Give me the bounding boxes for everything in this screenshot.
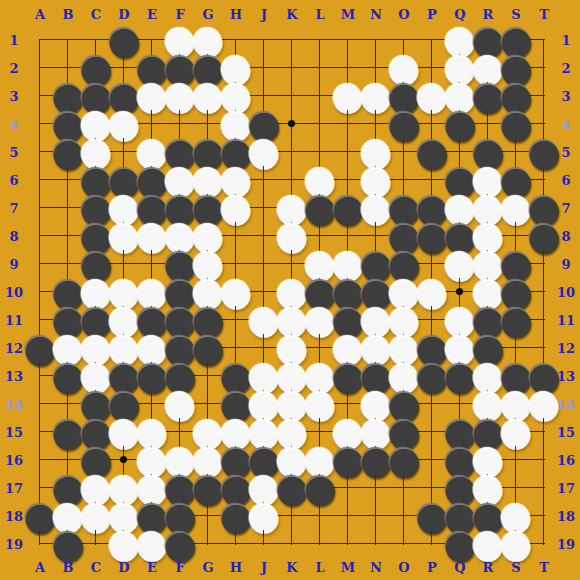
grid-line-horizontal: [390, 487, 418, 488]
intersection-A6[interactable]: [26, 166, 54, 194]
intersection-S16[interactable]: [502, 446, 530, 474]
intersection-G13[interactable]: [194, 362, 222, 390]
grid-line-vertical: [67, 39, 68, 54]
intersection-P10[interactable]: ●: [418, 278, 446, 306]
grid-line-horizontal: [54, 235, 82, 236]
intersection-T10[interactable]: [530, 278, 558, 306]
intersection-O16[interactable]: ●: [390, 446, 418, 474]
intersection-L11[interactable]: ●: [306, 306, 334, 334]
white-stone: ●: [166, 390, 194, 418]
intersection-B5[interactable]: ●: [54, 138, 82, 166]
grid-line-horizontal: [390, 543, 418, 544]
white-stone: ●: [362, 194, 390, 222]
intersection-Q13[interactable]: ●: [446, 362, 474, 390]
intersection-B6[interactable]: [54, 166, 82, 194]
intersection-R19[interactable]: ●: [474, 530, 502, 558]
grid-line-horizontal: [306, 543, 334, 544]
intersection-M5[interactable]: [334, 138, 362, 166]
black-stone: ●: [418, 138, 446, 166]
intersection-N18[interactable]: [362, 502, 390, 530]
grid-line-horizontal: [418, 459, 446, 460]
row-label-left-18: 18: [5, 509, 23, 524]
column-label-bottom-J: J: [261, 560, 267, 575]
intersection-A9[interactable]: [26, 250, 54, 278]
intersection-M17[interactable]: [334, 474, 362, 502]
intersection-P8[interactable]: ●: [418, 222, 446, 250]
column-label-top-G: G: [202, 7, 213, 22]
grid-line-vertical: [95, 530, 96, 545]
black-stone: ●: [278, 474, 306, 502]
intersection-K1[interactable]: [278, 26, 306, 54]
intersection-P16[interactable]: [418, 446, 446, 474]
intersection-G3[interactable]: ●: [194, 82, 222, 110]
row-label-right-18: 18: [557, 509, 575, 524]
intersection-A18[interactable]: ●: [26, 502, 54, 530]
grid-line-horizontal: [446, 403, 474, 404]
grid-line-horizontal: [418, 403, 446, 404]
intersection-A12[interactable]: ●: [26, 334, 54, 362]
intersection-K3[interactable]: [278, 82, 306, 110]
black-stone: ●: [166, 530, 194, 558]
column-label-bottom-E: E: [147, 560, 157, 575]
grid-line-vertical: [263, 166, 264, 194]
grid-line-horizontal: [334, 403, 362, 404]
grid-line-vertical: [263, 222, 264, 250]
black-stone: ●: [390, 110, 418, 138]
grid-line-vertical: [291, 138, 292, 166]
grid-line-horizontal: [334, 179, 362, 180]
intersection-B7[interactable]: [54, 194, 82, 222]
grid-line-horizontal: [418, 487, 446, 488]
intersection-G12[interactable]: ●: [194, 334, 222, 362]
black-stone: ●: [194, 474, 222, 502]
intersection-G17[interactable]: ●: [194, 474, 222, 502]
intersection-K17[interactable]: ●: [278, 474, 306, 502]
column-label-top-J: J: [261, 7, 267, 22]
intersection-A4[interactable]: [26, 110, 54, 138]
grid-line-horizontal: [278, 67, 306, 68]
grid-line-horizontal: [306, 95, 334, 96]
grid-line-vertical: [543, 306, 544, 334]
intersection-O19[interactable]: [390, 530, 418, 558]
row-label-right-11: 11: [557, 313, 575, 328]
intersection-M1[interactable]: [334, 26, 362, 54]
column-label-top-S: S: [511, 7, 520, 22]
intersection-T17[interactable]: [530, 474, 558, 502]
intersection-J8[interactable]: [250, 222, 278, 250]
grid-line-vertical: [431, 390, 432, 418]
row-label-right-19: 19: [557, 537, 575, 552]
white-stone: ●: [418, 82, 446, 110]
grid-line-vertical: [403, 474, 404, 502]
intersection-B19[interactable]: ●: [54, 530, 82, 558]
column-label-bottom-K: K: [286, 560, 297, 575]
intersection-L18[interactable]: [306, 502, 334, 530]
intersection-E13[interactable]: ●: [138, 362, 166, 390]
intersection-M3[interactable]: ●: [334, 82, 362, 110]
intersection-L1[interactable]: [306, 26, 334, 54]
intersection-A7[interactable]: [26, 194, 54, 222]
grid-line-horizontal: [250, 67, 278, 68]
intersection-O18[interactable]: [390, 502, 418, 530]
intersection-K2[interactable]: [278, 54, 306, 82]
intersection-H8[interactable]: [222, 222, 250, 250]
intersection-S4[interactable]: ●: [502, 110, 530, 138]
black-stone: ●: [418, 222, 446, 250]
column-label-bottom-C: C: [91, 560, 101, 575]
grid-line-horizontal: [418, 39, 446, 40]
column-label-bottom-Q: Q: [454, 560, 465, 575]
column-label-top-H: H: [230, 7, 242, 22]
intersection-A15[interactable]: [26, 418, 54, 446]
column-label-top-R: R: [483, 7, 494, 22]
white-stone: ●: [446, 250, 474, 278]
grid-line-horizontal: [362, 123, 390, 124]
grid-line-vertical: [431, 446, 432, 474]
intersection-L14[interactable]: ●: [306, 390, 334, 418]
grid-line-vertical: [291, 39, 292, 54]
grid-line-horizontal: [334, 487, 362, 488]
intersection-S7[interactable]: ●: [502, 194, 530, 222]
intersection-F3[interactable]: ●: [166, 82, 194, 110]
column-label-bottom-N: N: [370, 560, 382, 575]
grid-line-vertical: [39, 82, 40, 110]
intersection-S11[interactable]: ●: [502, 306, 530, 334]
intersection-K4[interactable]: [278, 110, 306, 138]
grid-line-horizontal: [390, 515, 418, 516]
intersection-T19[interactable]: [530, 530, 558, 558]
intersection-H10[interactable]: ●: [222, 278, 250, 306]
white-stone: ●: [138, 82, 166, 110]
intersection-N1[interactable]: [362, 26, 390, 54]
intersection-C19[interactable]: [82, 530, 110, 558]
black-stone: ●: [26, 502, 54, 530]
intersection-R3[interactable]: ●: [474, 82, 502, 110]
grid-line-vertical: [235, 530, 236, 545]
intersection-D1[interactable]: ●: [110, 26, 138, 54]
intersection-A3[interactable]: [26, 82, 54, 110]
row-label-right-1: 1: [561, 33, 570, 48]
grid-line-vertical: [375, 474, 376, 502]
grid-line-vertical: [263, 39, 264, 54]
grid-line-vertical: [347, 39, 348, 54]
grid-line-vertical: [235, 222, 236, 250]
row-label-right-12: 12: [557, 341, 575, 356]
black-stone: ●: [502, 306, 530, 334]
black-stone: ●: [530, 138, 558, 166]
intersection-T14[interactable]: ●: [530, 390, 558, 418]
row-label-left-10: 10: [5, 285, 23, 300]
grid-line-horizontal: [222, 347, 250, 348]
grid-line-horizontal: [306, 431, 334, 432]
grid-line-vertical: [291, 82, 292, 110]
intersection-O17[interactable]: [390, 474, 418, 502]
intersection-H18[interactable]: ●: [222, 502, 250, 530]
intersection-K19[interactable]: [278, 530, 306, 558]
intersection-P19[interactable]: [418, 530, 446, 558]
grid-line-horizontal: [222, 263, 250, 264]
intersection-Q9[interactable]: ●: [446, 250, 474, 278]
intersection-J5[interactable]: ●: [250, 138, 278, 166]
intersection-O5[interactable]: [390, 138, 418, 166]
intersection-B15[interactable]: ●: [54, 418, 82, 446]
white-stone: ●: [110, 110, 138, 138]
black-stone: ●: [54, 138, 82, 166]
intersection-L17[interactable]: ●: [306, 474, 334, 502]
grid-line-horizontal: [54, 403, 82, 404]
intersection-J18[interactable]: ●: [250, 502, 278, 530]
grid-line-horizontal: [418, 543, 446, 544]
intersection-N19[interactable]: [362, 530, 390, 558]
intersection-A16[interactable]: [26, 446, 54, 474]
intersection-J1[interactable]: [250, 26, 278, 54]
intersection-S15[interactable]: ●: [502, 418, 530, 446]
grid-line-horizontal: [502, 235, 530, 236]
black-stone: ●: [446, 110, 474, 138]
intersection-C18[interactable]: ●: [82, 502, 110, 530]
grid-line-vertical: [543, 54, 544, 82]
intersection-T1[interactable]: [530, 26, 558, 54]
intersection-Q4[interactable]: ●: [446, 110, 474, 138]
intersection-S19[interactable]: ●: [502, 530, 530, 558]
intersection-T3[interactable]: [530, 82, 558, 110]
grid-line-horizontal: [39, 459, 54, 460]
intersection-G19[interactable]: [194, 530, 222, 558]
intersection-P15[interactable]: [418, 418, 446, 446]
column-label-bottom-S: S: [511, 560, 520, 575]
intersection-A1[interactable]: [26, 26, 54, 54]
grid-line-horizontal: [306, 515, 334, 516]
intersection-E19[interactable]: ●: [138, 530, 166, 558]
grid-line-vertical: [319, 530, 320, 545]
intersection-M13[interactable]: ●: [334, 362, 362, 390]
row-label-left-5: 5: [9, 145, 18, 160]
grid-line-vertical: [543, 474, 544, 502]
intersection-A8[interactable]: [26, 222, 54, 250]
white-stone: ●: [82, 502, 110, 530]
grid-line-horizontal: [39, 403, 54, 404]
column-label-top-A: A: [35, 7, 45, 22]
grid-line-vertical: [431, 39, 432, 54]
intersection-E8[interactable]: ●: [138, 222, 166, 250]
grid-line-vertical: [39, 278, 40, 306]
intersection-M19[interactable]: [334, 530, 362, 558]
black-stone: ●: [138, 362, 166, 390]
column-label-top-L: L: [315, 7, 324, 22]
star-point: [288, 120, 295, 127]
grid-line-vertical: [39, 110, 40, 138]
grid-line-horizontal: [418, 67, 446, 68]
grid-line-vertical: [39, 418, 40, 446]
intersection-G18[interactable]: [194, 502, 222, 530]
grid-line-horizontal: [250, 95, 278, 96]
white-stone: ●: [138, 530, 166, 558]
intersection-H11[interactable]: [222, 306, 250, 334]
grid-line-horizontal: [194, 543, 222, 544]
intersection-M16[interactable]: ●: [334, 446, 362, 474]
grid-line-horizontal: [39, 179, 54, 180]
intersection-T9[interactable]: [530, 250, 558, 278]
intersection-L3[interactable]: [306, 82, 334, 110]
black-stone: ●: [334, 362, 362, 390]
intersection-J7[interactable]: [250, 194, 278, 222]
grid-line-horizontal: [250, 543, 278, 544]
column-label-top-M: M: [341, 7, 355, 22]
intersection-E3[interactable]: ●: [138, 82, 166, 110]
intersection-T5[interactable]: ●: [530, 138, 558, 166]
intersection-J6[interactable]: [250, 166, 278, 194]
white-stone: ●: [194, 82, 222, 110]
grid-line-horizontal: [194, 123, 222, 124]
grid-line-vertical: [207, 362, 208, 390]
intersection-T8[interactable]: ●: [530, 222, 558, 250]
grid-line-vertical: [375, 502, 376, 530]
intersection-K8[interactable]: ●: [278, 222, 306, 250]
grid-line-horizontal: [278, 543, 306, 544]
grid-line-vertical: [543, 250, 544, 278]
intersection-A10[interactable]: [26, 278, 54, 306]
intersection-N16[interactable]: ●: [362, 446, 390, 474]
intersection-P14[interactable]: [418, 390, 446, 418]
grid-line-horizontal: [390, 39, 418, 40]
white-stone: ●: [166, 82, 194, 110]
intersection-N17[interactable]: [362, 474, 390, 502]
grid-line-vertical: [319, 82, 320, 110]
black-stone: ●: [390, 446, 418, 474]
intersection-P3[interactable]: ●: [418, 82, 446, 110]
intersection-D19[interactable]: ●: [110, 530, 138, 558]
column-label-top-B: B: [63, 7, 74, 22]
row-label-left-16: 16: [5, 453, 23, 468]
intersection-O4[interactable]: ●: [390, 110, 418, 138]
intersection-T16[interactable]: [530, 446, 558, 474]
intersection-B1[interactable]: [54, 26, 82, 54]
grid-line-horizontal: [166, 123, 194, 124]
intersection-F19[interactable]: ●: [166, 530, 194, 558]
grid-line-horizontal: [502, 459, 530, 460]
grid-line-horizontal: [54, 39, 82, 40]
grid-line-horizontal: [418, 123, 446, 124]
intersection-P18[interactable]: ●: [418, 502, 446, 530]
intersection-A2[interactable]: [26, 54, 54, 82]
grid-line-vertical: [375, 39, 376, 54]
black-stone: ●: [334, 194, 362, 222]
intersection-A14[interactable]: [26, 390, 54, 418]
intersection-H19[interactable]: [222, 530, 250, 558]
grid-line-horizontal: [54, 67, 82, 68]
row-label-right-17: 17: [557, 481, 575, 496]
grid-line-horizontal: [278, 95, 306, 96]
grid-line-vertical: [319, 502, 320, 530]
intersection-B13[interactable]: ●: [54, 362, 82, 390]
grid-line-horizontal: [306, 347, 334, 348]
grid-line-horizontal: [250, 263, 278, 264]
intersection-P13[interactable]: ●: [418, 362, 446, 390]
black-stone: ●: [222, 502, 250, 530]
white-stone: ●: [222, 278, 250, 306]
intersection-A13[interactable]: [26, 362, 54, 390]
grid-line-horizontal: [194, 515, 222, 516]
intersection-N3[interactable]: ●: [362, 82, 390, 110]
row-label-right-7: 7: [561, 201, 570, 216]
row-label-left-1: 1: [9, 33, 18, 48]
grid-line-vertical: [263, 250, 264, 278]
grid-line-vertical: [403, 502, 404, 530]
white-stone: ●: [502, 530, 530, 558]
intersection-B8[interactable]: [54, 222, 82, 250]
row-label-left-12: 12: [5, 341, 23, 356]
intersection-D15[interactable]: ●: [110, 418, 138, 446]
intersection-Q19[interactable]: ●: [446, 530, 474, 558]
grid-line-vertical: [67, 222, 68, 250]
row-label-left-6: 6: [9, 173, 18, 188]
intersection-M7[interactable]: ●: [334, 194, 362, 222]
grid-line-horizontal: [446, 151, 474, 152]
intersection-J19[interactable]: [250, 530, 278, 558]
grid-line-horizontal: [194, 403, 222, 404]
white-stone: ●: [502, 418, 530, 446]
column-label-top-C: C: [91, 7, 101, 22]
grid-line-horizontal: [278, 515, 306, 516]
row-label-left-7: 7: [9, 201, 18, 216]
intersection-D8[interactable]: ●: [110, 222, 138, 250]
grid-line-vertical: [543, 502, 544, 530]
star-point: [120, 456, 127, 463]
grid-line-horizontal: [278, 39, 306, 40]
column-label-bottom-G: G: [202, 560, 213, 575]
intersection-N7[interactable]: ●: [362, 194, 390, 222]
white-stone: ●: [250, 306, 278, 334]
intersection-L2[interactable]: [306, 54, 334, 82]
intersection-M18[interactable]: [334, 502, 362, 530]
intersection-K18[interactable]: [278, 502, 306, 530]
white-stone: ●: [110, 530, 138, 558]
intersection-A5[interactable]: [26, 138, 54, 166]
row-label-right-15: 15: [557, 425, 575, 440]
black-stone: ●: [54, 362, 82, 390]
grid-line-vertical: [319, 54, 320, 82]
grid-line-horizontal: [390, 179, 418, 180]
grid-line-horizontal: [194, 375, 222, 376]
column-label-bottom-B: B: [63, 560, 74, 575]
intersection-J9[interactable]: [250, 250, 278, 278]
intersection-T15[interactable]: [530, 418, 558, 446]
intersection-P1[interactable]: [418, 26, 446, 54]
intersection-T18[interactable]: [530, 502, 558, 530]
intersection-M4[interactable]: [334, 110, 362, 138]
intersection-J11[interactable]: ●: [250, 306, 278, 334]
grid-line-horizontal: [362, 515, 390, 516]
grid-line-horizontal: [110, 263, 138, 264]
column-label-bottom-M: M: [341, 560, 355, 575]
white-stone: ●: [530, 390, 558, 418]
intersection-L7[interactable]: ●: [306, 194, 334, 222]
intersection-T11[interactable]: [530, 306, 558, 334]
intersection-P5[interactable]: ●: [418, 138, 446, 166]
grid-line-horizontal: [54, 459, 82, 460]
intersection-H7[interactable]: ●: [222, 194, 250, 222]
intersection-J2[interactable]: [250, 54, 278, 82]
intersection-T2[interactable]: [530, 54, 558, 82]
intersection-D4[interactable]: ●: [110, 110, 138, 138]
row-label-right-3: 3: [561, 89, 570, 104]
intersection-A19[interactable]: [26, 530, 54, 558]
column-label-top-T: T: [539, 7, 549, 22]
intersection-F14[interactable]: ●: [166, 390, 194, 418]
intersection-L4[interactable]: [306, 110, 334, 138]
intersection-K5[interactable]: [278, 138, 306, 166]
intersection-L19[interactable]: [306, 530, 334, 558]
